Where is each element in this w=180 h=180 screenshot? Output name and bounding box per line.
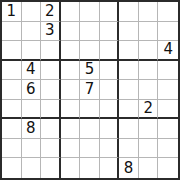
sudoku-cell-given[interactable]: 4 xyxy=(158,41,178,61)
sudoku-cell-given[interactable]: 8 xyxy=(119,158,139,178)
sudoku-cell-empty[interactable] xyxy=(119,61,139,81)
sudoku-cell-empty[interactable] xyxy=(139,2,159,22)
sudoku-cell-empty[interactable] xyxy=(100,119,120,139)
sudoku-cell-empty[interactable] xyxy=(139,158,159,178)
sudoku-cell-given[interactable]: 5 xyxy=(80,61,100,81)
sudoku-cell-empty[interactable] xyxy=(100,80,120,100)
sudoku-cell-empty[interactable] xyxy=(158,22,178,42)
sudoku-cell-empty[interactable] xyxy=(80,139,100,159)
sudoku-cell-empty[interactable] xyxy=(61,22,81,42)
sudoku-cell-empty[interactable] xyxy=(158,119,178,139)
sudoku-cell-empty[interactable] xyxy=(22,2,42,22)
sudoku-cell-empty[interactable] xyxy=(158,80,178,100)
sudoku-cell-empty[interactable] xyxy=(41,61,61,81)
sudoku-cell-empty[interactable] xyxy=(22,139,42,159)
sudoku-cell-empty[interactable] xyxy=(41,100,61,120)
sudoku-cell-empty[interactable] xyxy=(61,158,81,178)
sudoku-cell-empty[interactable] xyxy=(2,41,22,61)
sudoku-cell-empty[interactable] xyxy=(22,41,42,61)
sudoku-cell-empty[interactable] xyxy=(119,139,139,159)
sudoku-cell-given[interactable]: 6 xyxy=(22,80,42,100)
sudoku-cell-empty[interactable] xyxy=(119,80,139,100)
sudoku-cell-empty[interactable] xyxy=(158,2,178,22)
sudoku-cell-empty[interactable] xyxy=(22,100,42,120)
sudoku-cell-empty[interactable] xyxy=(61,61,81,81)
sudoku-cell-empty[interactable] xyxy=(119,22,139,42)
sudoku-cell-empty[interactable] xyxy=(80,22,100,42)
sudoku-cell-empty[interactable] xyxy=(119,41,139,61)
sudoku-cell-empty[interactable] xyxy=(139,41,159,61)
sudoku-cell-given[interactable]: 4 xyxy=(22,61,42,81)
sudoku-cell-empty[interactable] xyxy=(61,2,81,22)
sudoku-cell-empty[interactable] xyxy=(158,100,178,120)
sudoku-cell-empty[interactable] xyxy=(139,61,159,81)
sudoku-cell-empty[interactable] xyxy=(80,158,100,178)
sudoku-cell-given[interactable]: 2 xyxy=(139,100,159,120)
sudoku-cell-empty[interactable] xyxy=(41,80,61,100)
sudoku-cell-empty[interactable] xyxy=(80,41,100,61)
sudoku-cell-empty[interactable] xyxy=(2,119,22,139)
sudoku-cell-empty[interactable] xyxy=(139,22,159,42)
sudoku-cell-empty[interactable] xyxy=(2,100,22,120)
sudoku-cell-empty[interactable] xyxy=(100,139,120,159)
sudoku-cell-empty[interactable] xyxy=(80,2,100,22)
sudoku-cell-empty[interactable] xyxy=(61,80,81,100)
sudoku-cell-empty[interactable] xyxy=(158,139,178,159)
sudoku-cell-given[interactable]: 7 xyxy=(80,80,100,100)
sudoku-cell-empty[interactable] xyxy=(61,41,81,61)
sudoku-cell-empty[interactable] xyxy=(100,22,120,42)
sudoku-cell-empty[interactable] xyxy=(41,41,61,61)
sudoku-cell-empty[interactable] xyxy=(80,119,100,139)
sudoku-cell-empty[interactable] xyxy=(61,139,81,159)
sudoku-cell-empty[interactable] xyxy=(22,158,42,178)
sudoku-cell-empty[interactable] xyxy=(119,119,139,139)
sudoku-cell-empty[interactable] xyxy=(100,61,120,81)
sudoku-cell-empty[interactable] xyxy=(41,119,61,139)
sudoku-cell-empty[interactable] xyxy=(41,139,61,159)
sudoku-cell-empty[interactable] xyxy=(61,100,81,120)
sudoku-cell-empty[interactable] xyxy=(2,22,22,42)
sudoku-cell-empty[interactable] xyxy=(100,158,120,178)
sudoku-cell-empty[interactable] xyxy=(2,61,22,81)
sudoku-cell-given[interactable]: 3 xyxy=(41,22,61,42)
sudoku-cell-empty[interactable] xyxy=(139,119,159,139)
sudoku-cell-empty[interactable] xyxy=(2,158,22,178)
sudoku-cell-empty[interactable] xyxy=(139,139,159,159)
sudoku-cell-empty[interactable] xyxy=(100,41,120,61)
sudoku-cell-empty[interactable] xyxy=(119,100,139,120)
sudoku-cell-empty[interactable] xyxy=(158,158,178,178)
sudoku-cell-empty[interactable] xyxy=(158,61,178,81)
sudoku-cell-empty[interactable] xyxy=(139,80,159,100)
sudoku-cell-given[interactable]: 8 xyxy=(22,119,42,139)
sudoku-cell-empty[interactable] xyxy=(100,2,120,22)
sudoku-cell-given[interactable]: 2 xyxy=(41,2,61,22)
sudoku-cell-empty[interactable] xyxy=(41,158,61,178)
sudoku-cell-empty[interactable] xyxy=(100,100,120,120)
sudoku-cell-empty[interactable] xyxy=(2,80,22,100)
sudoku-cell-empty[interactable] xyxy=(119,2,139,22)
sudoku-cell-given[interactable]: 1 xyxy=(2,2,22,22)
sudoku-cell-empty[interactable] xyxy=(2,139,22,159)
sudoku-cell-empty[interactable] xyxy=(61,119,81,139)
sudoku-board: 12344567288 xyxy=(0,0,180,180)
sudoku-cell-empty[interactable] xyxy=(22,22,42,42)
sudoku-cell-empty[interactable] xyxy=(80,100,100,120)
